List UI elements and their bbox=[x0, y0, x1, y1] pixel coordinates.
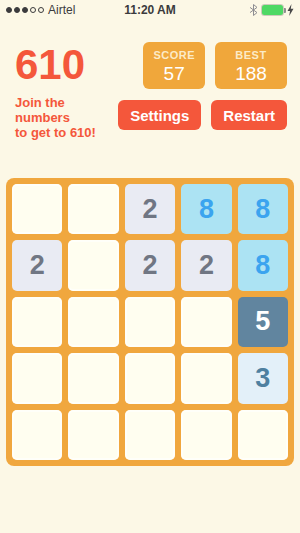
tile-3: 3 bbox=[238, 353, 288, 403]
status-icons bbox=[176, 4, 294, 16]
tile-2: 2 bbox=[125, 240, 175, 290]
empty-cell bbox=[181, 297, 231, 347]
signal-dot-empty bbox=[30, 7, 36, 13]
signal-dots-icon bbox=[6, 7, 44, 13]
charging-bolt-icon bbox=[287, 4, 294, 16]
empty-cell bbox=[125, 353, 175, 403]
header: 610 Join the numbers to get to 610! SCOR… bbox=[0, 20, 300, 178]
tile-5: 5 bbox=[238, 297, 288, 347]
restart-button[interactable]: Restart bbox=[211, 100, 287, 130]
empty-cell bbox=[181, 353, 231, 403]
score-value: 57 bbox=[164, 63, 185, 85]
empty-cell bbox=[181, 410, 231, 460]
tile-8: 8 bbox=[181, 184, 231, 234]
empty-cell bbox=[125, 410, 175, 460]
board[interactable]: 288222853 bbox=[6, 178, 294, 466]
best-label: BEST bbox=[235, 49, 266, 61]
tile-2: 2 bbox=[181, 240, 231, 290]
signal-dot-filled bbox=[22, 7, 28, 13]
signal-dot-empty bbox=[38, 7, 44, 13]
empty-cell bbox=[68, 353, 118, 403]
signal-dot-filled bbox=[14, 7, 20, 13]
game-screen: { "status_bar": { "carrier": "Airtel", "… bbox=[0, 0, 300, 533]
tile-2: 2 bbox=[12, 240, 62, 290]
empty-cell bbox=[68, 297, 118, 347]
status-bar: Airtel 11:20 AM bbox=[0, 0, 300, 20]
empty-cell bbox=[68, 410, 118, 460]
best-box: BEST 188 bbox=[215, 42, 287, 89]
bluetooth-icon bbox=[249, 4, 258, 16]
tile-2: 2 bbox=[125, 184, 175, 234]
clock: 11:20 AM bbox=[124, 3, 176, 17]
empty-cell bbox=[12, 410, 62, 460]
score-row: SCORE 57 BEST 188 bbox=[143, 42, 287, 89]
carrier-label: Airtel bbox=[48, 3, 75, 17]
battery-icon bbox=[262, 5, 283, 15]
header-left: 610 Join the numbers to get to 610! bbox=[15, 20, 118, 178]
empty-cell bbox=[68, 184, 118, 234]
empty-cell bbox=[68, 240, 118, 290]
goal-text-line1: Join the numbers bbox=[15, 95, 118, 125]
carrier-signal: Airtel bbox=[6, 3, 124, 17]
empty-cell bbox=[238, 410, 288, 460]
goal-text-line2: to get to 610! bbox=[15, 125, 118, 140]
signal-dot-filled bbox=[6, 7, 12, 13]
empty-cell bbox=[12, 297, 62, 347]
goal-text: Join the numbers to get to 610! bbox=[15, 95, 118, 140]
score-box: SCORE 57 bbox=[143, 42, 205, 89]
tile-8: 8 bbox=[238, 184, 288, 234]
tile-8: 8 bbox=[238, 240, 288, 290]
empty-cell bbox=[125, 297, 175, 347]
header-right: SCORE 57 BEST 188 Settings Restart bbox=[118, 20, 287, 178]
score-label: SCORE bbox=[153, 49, 195, 61]
page-title: 610 bbox=[15, 44, 118, 86]
empty-cell bbox=[12, 184, 62, 234]
settings-button[interactable]: Settings bbox=[118, 100, 201, 130]
button-row: Settings Restart bbox=[118, 100, 287, 130]
empty-cell bbox=[12, 353, 62, 403]
best-value: 188 bbox=[235, 63, 267, 85]
